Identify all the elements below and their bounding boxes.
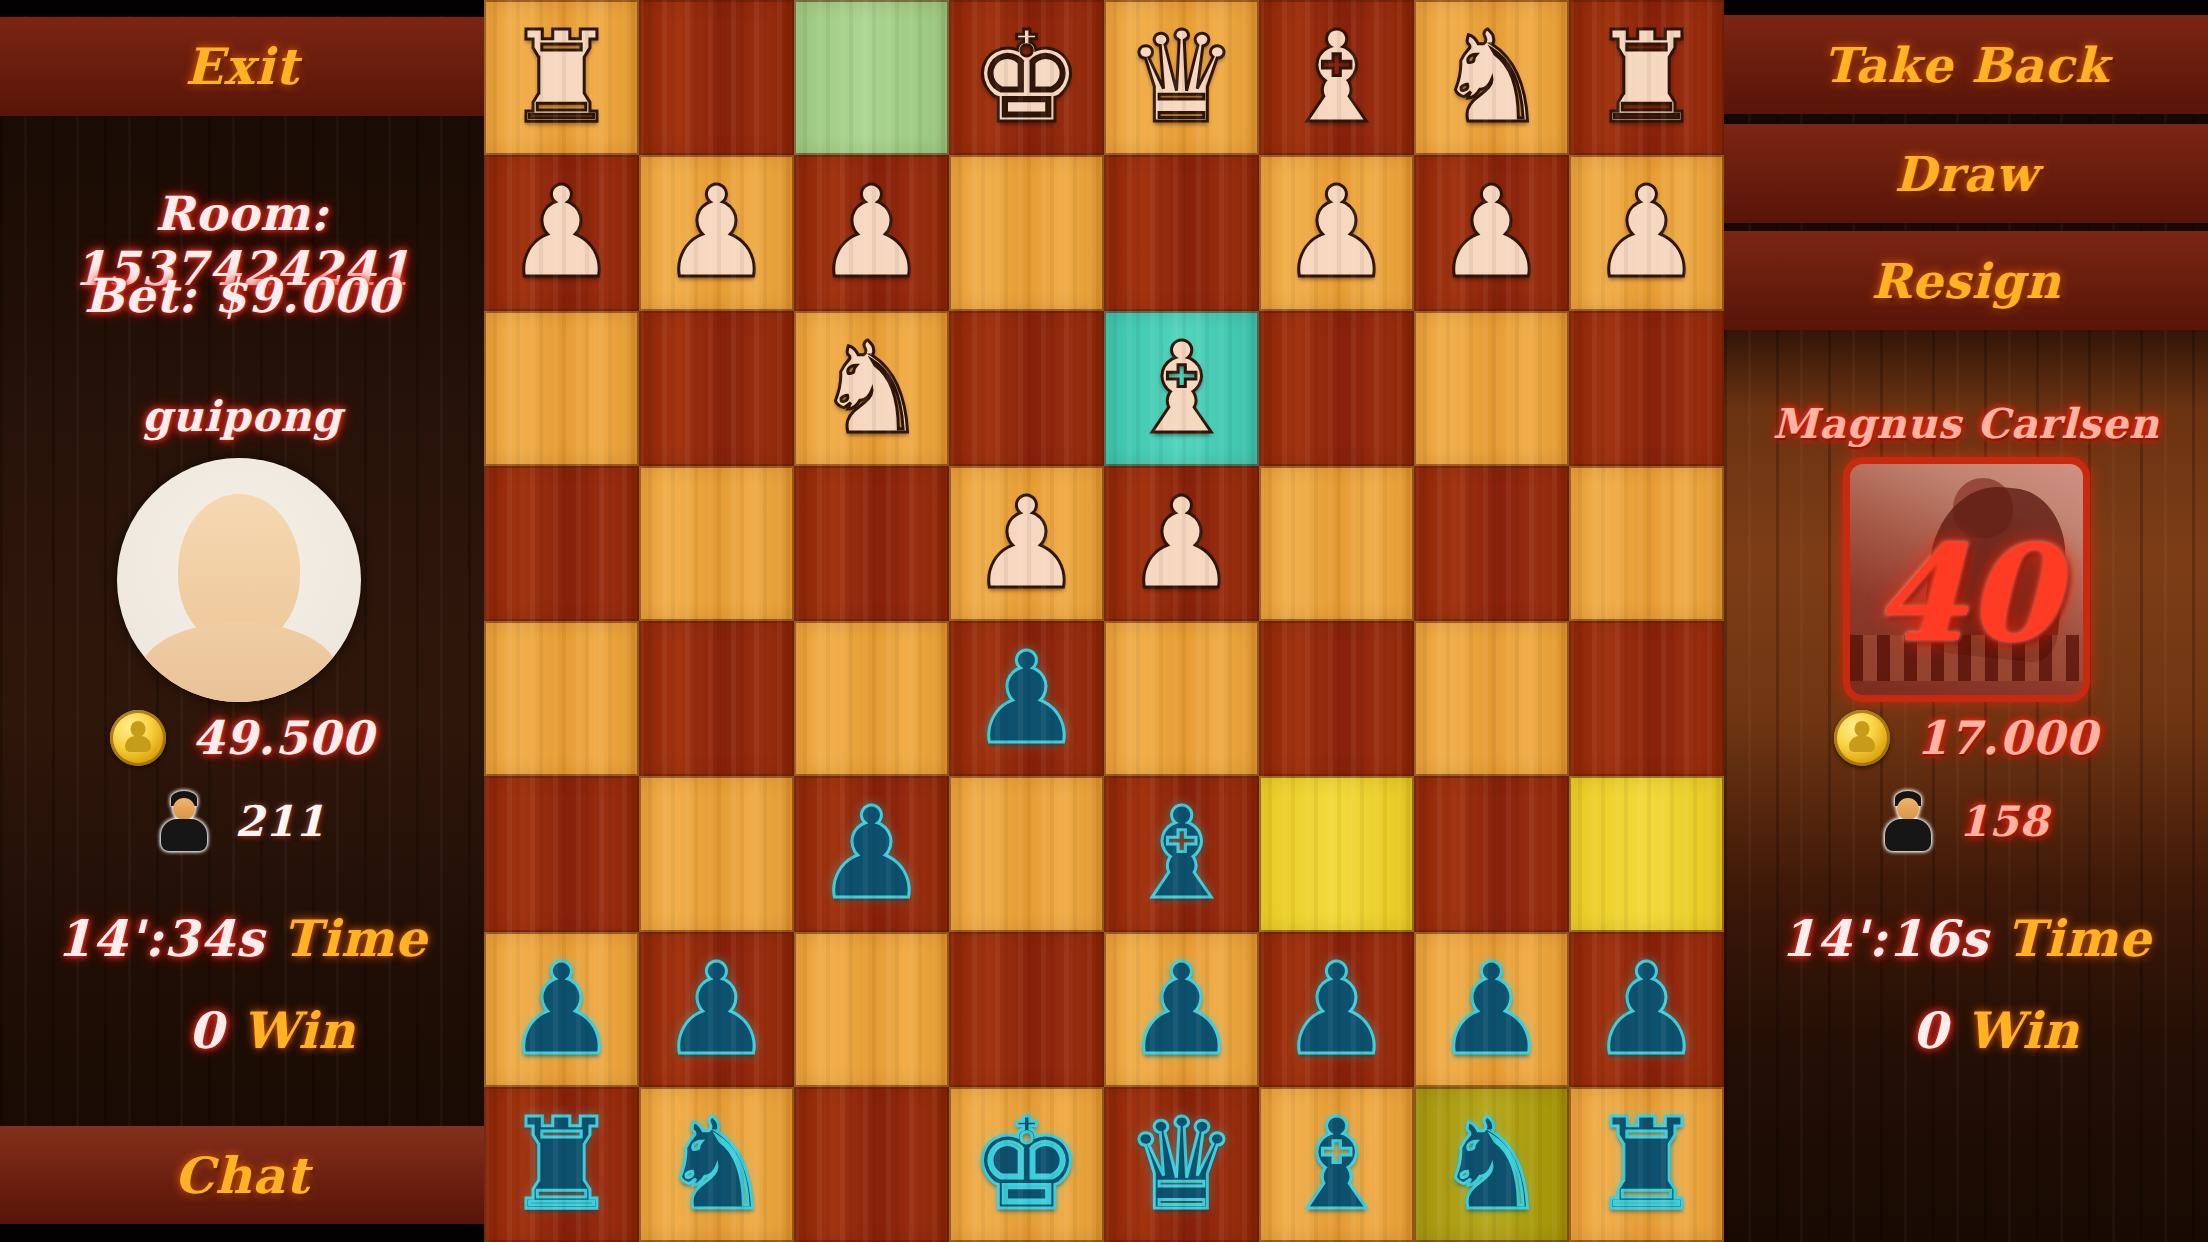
time-row-left: 14':34s Time <box>0 905 484 971</box>
square-e6[interactable] <box>949 776 1104 931</box>
piece-blue-bishop-d6[interactable]: ♝ <box>1104 776 1259 931</box>
draw-label: Draw <box>1894 146 2037 202</box>
square-b1[interactable]: ♞ <box>1414 0 1569 155</box>
square-h5[interactable] <box>484 621 639 776</box>
avatar-number: 40 <box>1850 516 2083 671</box>
player-name-right: Magnus Carlsen <box>1724 400 2208 448</box>
piece-blue-king-e8[interactable]: ♚ <box>949 1087 1104 1242</box>
members-row-right: 158 <box>1724 786 2208 856</box>
left-panel: Exit Room: 1537424241 Bet: $9.000 guipon… <box>0 0 484 1242</box>
resign-button[interactable]: Resign <box>1724 231 2208 330</box>
top-strip <box>1724 0 2208 16</box>
piece-blue-pawn-b7[interactable]: ♟ <box>1414 932 1569 1087</box>
piece-white-bishop-d3[interactable]: ♝ <box>1104 311 1259 466</box>
chat-label: Chat <box>174 1146 310 1205</box>
square-d8[interactable]: ♛ <box>1104 1087 1259 1242</box>
time-label-left: Time <box>283 909 428 968</box>
square-b4[interactable] <box>1414 466 1569 621</box>
square-a2[interactable]: ♟ <box>1569 155 1724 310</box>
piece-blue-knight-g8[interactable]: ♞ <box>639 1087 794 1242</box>
square-h7[interactable]: ♟ <box>484 932 639 1087</box>
piece-blue-bishop-c8[interactable]: ♝ <box>1259 1087 1414 1242</box>
square-f2[interactable]: ♟ <box>794 155 949 310</box>
players-icon <box>1883 791 1933 851</box>
win-row-left: 0 Win <box>0 998 484 1062</box>
square-d3[interactable]: ♝ <box>1104 311 1259 466</box>
coin-icon <box>110 710 166 766</box>
square-c5[interactable] <box>1259 621 1414 776</box>
square-b8[interactable]: ♞ <box>1414 1087 1569 1242</box>
members-row-left: 211 <box>0 786 484 856</box>
square-a7[interactable]: ♟ <box>1569 932 1724 1087</box>
time-value-right: 14':16s <box>1781 909 1989 968</box>
square-g2[interactable]: ♟ <box>639 155 794 310</box>
square-e4[interactable]: ♟ <box>949 466 1104 621</box>
resign-label: Resign <box>1871 253 2061 309</box>
square-d5[interactable] <box>1104 621 1259 776</box>
avatar[interactable] <box>117 458 361 702</box>
draw-button[interactable]: Draw <box>1724 124 2208 223</box>
square-c8[interactable]: ♝ <box>1259 1087 1414 1242</box>
square-e3[interactable] <box>949 311 1104 466</box>
square-g3[interactable] <box>639 311 794 466</box>
time-label-right: Time <box>2007 909 2152 968</box>
win-row-right: 0 Win <box>1724 998 2208 1062</box>
time-row-right: 14':16s Time <box>1724 905 2208 971</box>
square-g7[interactable]: ♟ <box>639 932 794 1087</box>
take-back-button[interactable]: Take Back <box>1724 15 2208 114</box>
square-e2[interactable] <box>949 155 1104 310</box>
exit-button[interactable]: Exit <box>0 17 484 116</box>
piece-white-rook-h1[interactable]: ♜ <box>484 0 639 155</box>
piece-white-pawn-e4[interactable]: ♟ <box>949 466 1104 621</box>
piece-blue-queen-d8[interactable]: ♛ <box>1104 1087 1259 1242</box>
square-f1[interactable] <box>794 0 949 155</box>
piece-blue-pawn-g7[interactable]: ♟ <box>639 932 794 1087</box>
piece-blue-rook-a8[interactable]: ♜ <box>1569 1087 1724 1242</box>
square-h3[interactable] <box>484 311 639 466</box>
coins-row-left: 49.500 <box>0 700 484 776</box>
square-d1[interactable]: ♛ <box>1104 0 1259 155</box>
square-g4[interactable] <box>639 466 794 621</box>
square-c7[interactable]: ♟ <box>1259 932 1414 1087</box>
square-c4[interactable] <box>1259 466 1414 621</box>
piece-blue-knight-b8[interactable]: ♞ <box>1414 1087 1569 1242</box>
square-h2[interactable]: ♟ <box>484 155 639 310</box>
square-f8[interactable] <box>794 1087 949 1242</box>
piece-white-pawn-g2[interactable]: ♟ <box>639 155 794 310</box>
bet-amount: Bet: $9.000 <box>0 268 484 323</box>
square-c3[interactable] <box>1259 311 1414 466</box>
square-b5[interactable] <box>1414 621 1569 776</box>
square-c6[interactable] <box>1259 776 1414 931</box>
chat-button[interactable]: Chat <box>0 1126 484 1225</box>
bottom-strip <box>0 1224 484 1242</box>
square-e5[interactable]: ♟ <box>949 621 1104 776</box>
square-e8[interactable]: ♚ <box>949 1087 1104 1242</box>
square-f7[interactable] <box>794 932 949 1087</box>
piece-white-rook-a1[interactable]: ♜ <box>1569 0 1724 155</box>
opponent-avatar[interactable]: 40 <box>1843 457 2090 702</box>
piece-white-pawn-f2[interactable]: ♟ <box>794 155 949 310</box>
piece-white-knight-b1[interactable]: ♞ <box>1414 0 1569 155</box>
square-f3[interactable]: ♞ <box>794 311 949 466</box>
piece-blue-pawn-f6[interactable]: ♟ <box>794 776 949 931</box>
square-e1[interactable]: ♚ <box>949 0 1104 155</box>
time-value-left: 14':34s <box>57 909 265 968</box>
avatar-shoulders <box>139 622 339 702</box>
square-c2[interactable]: ♟ <box>1259 155 1414 310</box>
square-f4[interactable] <box>794 466 949 621</box>
players-icon <box>159 791 209 851</box>
piece-white-pawn-h2[interactable]: ♟ <box>484 155 639 310</box>
exit-label: Exit <box>185 37 299 96</box>
square-d2[interactable] <box>1104 155 1259 310</box>
right-panel: Take Back Draw Resign Magnus Carlsen 40 … <box>1724 0 2208 1242</box>
coins-value-left: 49.500 <box>192 711 374 765</box>
piece-white-bishop-c1[interactable]: ♝ <box>1259 0 1414 155</box>
win-label-left: Win <box>242 1001 356 1060</box>
square-h4[interactable] <box>484 466 639 621</box>
square-g8[interactable]: ♞ <box>639 1087 794 1242</box>
square-g1[interactable] <box>639 0 794 155</box>
square-b3[interactable] <box>1414 311 1569 466</box>
square-c1[interactable]: ♝ <box>1259 0 1414 155</box>
square-a1[interactable]: ♜ <box>1569 0 1724 155</box>
piece-white-pawn-b2[interactable]: ♟ <box>1414 155 1569 310</box>
square-a3[interactable] <box>1569 311 1724 466</box>
piece-blue-pawn-a7[interactable]: ♟ <box>1569 932 1724 1087</box>
piece-white-pawn-a2[interactable]: ♟ <box>1569 155 1724 310</box>
members-value-right: 158 <box>1959 797 2050 846</box>
members-value-left: 211 <box>235 797 326 846</box>
coins-row-right: 17.000 <box>1724 700 2208 776</box>
chess-board: ♜♚♛♝♞♜♟♟♟♟♟♟♞♝♟♟♟♟♝♟♟♟♟♟♟♜♞♚♛♝♞♜ <box>484 0 1724 1242</box>
take-back-label: Take Back <box>1823 37 2109 93</box>
square-h8[interactable]: ♜ <box>484 1087 639 1242</box>
square-d4[interactable]: ♟ <box>1104 466 1259 621</box>
square-b7[interactable]: ♟ <box>1414 932 1569 1087</box>
piece-white-pawn-c2[interactable]: ♟ <box>1259 155 1414 310</box>
win-value-left: 0 <box>188 1001 224 1060</box>
piece-blue-pawn-e5[interactable]: ♟ <box>949 621 1104 776</box>
square-b6[interactable] <box>1414 776 1569 931</box>
square-f6[interactable]: ♟ <box>794 776 949 931</box>
piece-blue-pawn-c7[interactable]: ♟ <box>1259 932 1414 1087</box>
square-d6[interactable]: ♝ <box>1104 776 1259 931</box>
square-a4[interactable] <box>1569 466 1724 621</box>
piece-white-pawn-d4[interactable]: ♟ <box>1104 466 1259 621</box>
square-b2[interactable]: ♟ <box>1414 155 1569 310</box>
piece-blue-rook-h8[interactable]: ♜ <box>484 1087 639 1242</box>
square-g5[interactable] <box>639 621 794 776</box>
win-value-right: 0 <box>1912 1001 1948 1060</box>
square-f5[interactable] <box>794 621 949 776</box>
square-a6[interactable] <box>1569 776 1724 931</box>
piece-blue-pawn-h7[interactable]: ♟ <box>484 932 639 1087</box>
square-h1[interactable]: ♜ <box>484 0 639 155</box>
square-a5[interactable] <box>1569 621 1724 776</box>
win-label-right: Win <box>1966 1001 2080 1060</box>
piece-white-king-e1[interactable]: ♚ <box>949 0 1104 155</box>
player-name-left: guipong <box>0 392 484 441</box>
square-a8[interactable]: ♜ <box>1569 1087 1724 1242</box>
piece-white-queen-d1[interactable]: ♛ <box>1104 0 1259 155</box>
coins-value-right: 17.000 <box>1916 711 2098 765</box>
square-g6[interactable] <box>639 776 794 931</box>
piece-white-knight-f3[interactable]: ♞ <box>794 311 949 466</box>
coin-icon <box>1834 710 1890 766</box>
top-strip <box>0 0 484 16</box>
piece-blue-pawn-d7[interactable]: ♟ <box>1104 932 1259 1087</box>
square-d7[interactable]: ♟ <box>1104 932 1259 1087</box>
square-e7[interactable] <box>949 932 1104 1087</box>
square-h6[interactable] <box>484 776 639 931</box>
